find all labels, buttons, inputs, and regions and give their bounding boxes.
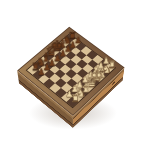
drawer-knob bbox=[112, 81, 115, 86]
chess-set-photo: ♜♞♝♛♚♝♞♜♟♟♟♟♟♟♟♟♟♟♟♟♟♟♟♟♜♞♝♛♚♝♞♜ bbox=[0, 0, 150, 150]
square-h1: ♜ bbox=[104, 63, 115, 72]
